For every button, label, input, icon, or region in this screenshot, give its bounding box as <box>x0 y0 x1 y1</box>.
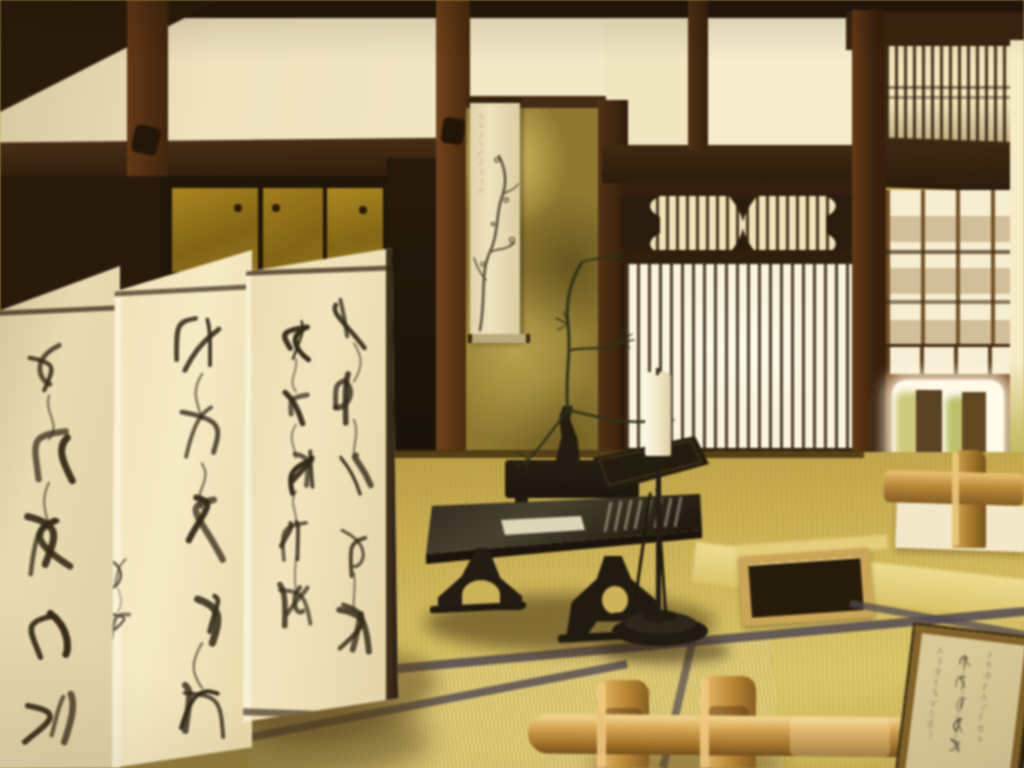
screen-panel-middle-topframe <box>112 284 252 296</box>
rail-bracket-2-lip <box>700 678 709 768</box>
screen-panel-left-topframe <box>0 305 120 315</box>
photo-layers <box>0 0 1024 768</box>
cupboard-pull-3 <box>359 206 367 214</box>
cupboard-pull-1 <box>234 204 242 212</box>
cupboard-door-gold-2 <box>263 188 323 272</box>
right-shoji-rail-2 <box>886 300 1012 304</box>
right-beam <box>886 138 1024 193</box>
candle <box>645 372 671 456</box>
rail-bracket-right-lip <box>952 452 959 546</box>
candlestick-stem <box>656 458 661 624</box>
screen-calligraphy-right-col2 <box>271 306 321 640</box>
scroll-inscription <box>478 112 485 199</box>
nail-cover-ornament-center <box>440 117 465 146</box>
screen-calligraphy-middle <box>168 302 236 755</box>
right-transom-wire-1 <box>886 86 1012 89</box>
plaque-side-column-right <box>975 649 995 748</box>
screen-panel-right <box>243 248 398 722</box>
sunken-hearth <box>738 547 875 626</box>
ranma-ornaments <box>626 196 860 254</box>
cupboard-pull-2 <box>272 204 280 212</box>
plaster-wall-center-a <box>470 4 606 110</box>
info-plaque <box>897 625 1024 768</box>
rail-bracket-1-lip <box>597 682 606 768</box>
desk-leg-right-hole <box>602 586 628 614</box>
beam-over-window <box>602 145 888 183</box>
screen-panel-left <box>0 266 120 768</box>
rail-pole-light-segment <box>790 716 890 757</box>
right-slatted-transom <box>886 46 1012 142</box>
photo-japanese-room <box>0 0 1024 768</box>
candle-wick <box>656 368 659 375</box>
right-shoji <box>886 190 1012 344</box>
screen-calligraphy-right-col1 <box>325 282 383 669</box>
scroll-top-rod <box>468 98 522 103</box>
plaster-wall-center-c <box>704 4 854 150</box>
pillar-small-center <box>688 0 708 150</box>
plaque-title-column <box>945 650 974 761</box>
right-transom-wire-2 <box>886 96 1012 99</box>
screen-calligraphy-left <box>16 326 82 766</box>
hearth-pit <box>748 556 863 618</box>
plaque-side-column-left <box>925 645 945 744</box>
screen-panel-middle <box>112 250 252 768</box>
right-shoji-rail-1 <box>886 250 1012 254</box>
transom-frame-top <box>624 180 862 196</box>
